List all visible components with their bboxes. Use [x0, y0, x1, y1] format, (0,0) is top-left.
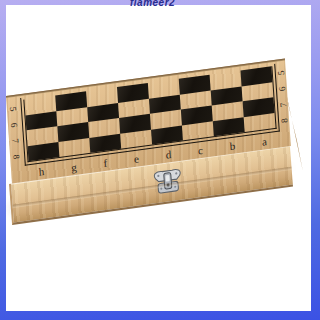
rank-label-left-6: 6 [9, 122, 19, 128]
square-g8 [58, 137, 90, 157]
square-h8 [27, 142, 59, 162]
chess-box: 5678 5678 hgfedcba [0, 0, 320, 320]
square-e8 [120, 129, 152, 149]
rank-label-right-5: 5 [276, 70, 286, 76]
rank-label-right-8: 8 [279, 118, 289, 124]
rank-label-left-7: 7 [10, 138, 20, 144]
file-label-c: c [198, 144, 204, 157]
rank-label-left-5: 5 [8, 106, 18, 112]
file-label-h: h [38, 165, 44, 178]
file-label-a: a [262, 135, 268, 148]
square-b8 [213, 117, 245, 137]
rank-label-right-6: 6 [277, 86, 287, 92]
file-label-e: e [134, 152, 140, 165]
square-a8 [244, 113, 276, 133]
watermark: flameer2 [130, 0, 175, 8]
file-label-g: g [71, 161, 77, 174]
square-c8 [182, 121, 214, 141]
file-label-f: f [103, 157, 107, 169]
square-f8 [89, 133, 121, 153]
rank-label-right-7: 7 [278, 102, 288, 108]
file-label-b: b [229, 139, 235, 152]
rank-label-left-8: 8 [12, 154, 22, 160]
square-d8 [151, 125, 183, 145]
latch-clasp-icon [150, 165, 186, 197]
product-photo: flameer2 5678 5678 [0, 0, 320, 320]
file-label-d: d [165, 148, 171, 161]
